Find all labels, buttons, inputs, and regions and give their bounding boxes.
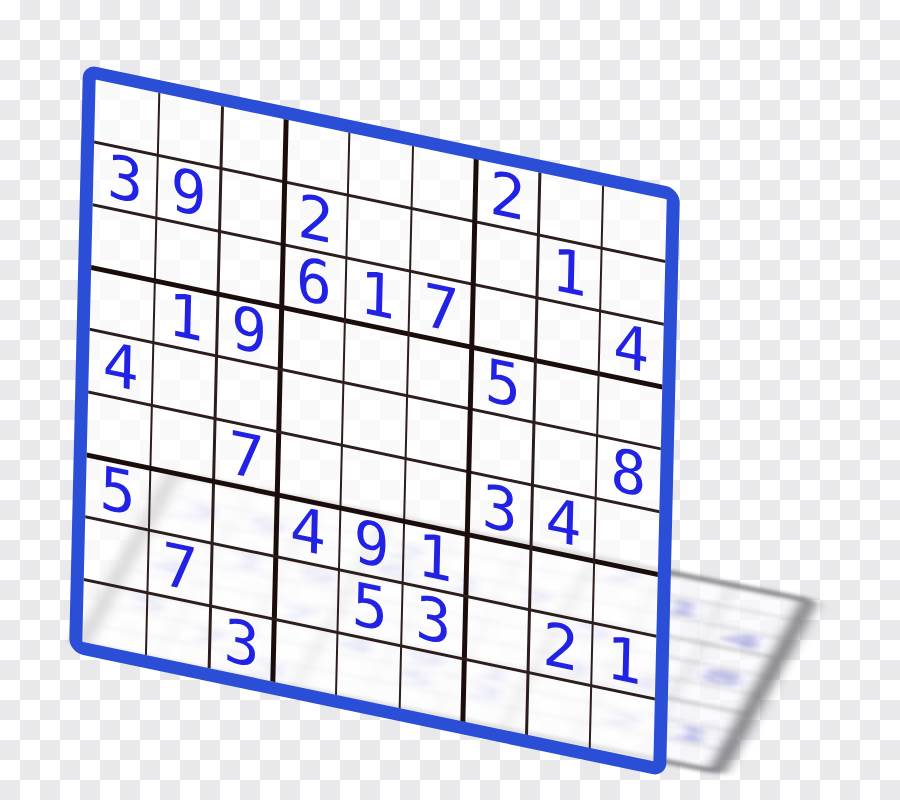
given-digit: 4 xyxy=(102,333,139,400)
given-digit: 3 xyxy=(106,145,143,212)
given-digit: 3 xyxy=(481,475,518,542)
given-digit: 1 xyxy=(359,261,396,328)
given-digit: 7 xyxy=(422,274,459,341)
given-digit: 5 xyxy=(484,350,521,417)
given-digit: 1 xyxy=(551,238,588,305)
given-digit: 5 xyxy=(351,573,388,640)
given-digit: 4 xyxy=(613,314,650,381)
given-digit: 5 xyxy=(99,458,136,525)
cell-r9c4[interactable] xyxy=(273,619,338,695)
given-digit: 7 xyxy=(161,533,198,600)
given-digit: 1 xyxy=(167,284,204,351)
cell-r9c9[interactable] xyxy=(590,686,655,762)
given-digit: 1 xyxy=(605,626,642,693)
cell-r9c3[interactable]: 3 xyxy=(209,606,274,682)
given-digit: 8 xyxy=(610,439,647,506)
given-digit: 2 xyxy=(542,613,579,680)
cell-r9c5[interactable] xyxy=(336,632,401,708)
given-digit: 1 xyxy=(416,524,453,591)
given-digit: 9 xyxy=(353,511,390,578)
given-digit: 9 xyxy=(230,297,267,364)
given-digit: 3 xyxy=(415,586,452,653)
sudoku-board: 239216174195487345491753213 xyxy=(69,64,680,777)
given-digit: 4 xyxy=(545,488,582,555)
cell-r9c8[interactable] xyxy=(526,672,591,748)
cell-r9c2[interactable] xyxy=(146,593,211,669)
sudoku-grid: 239216174195487345491753213 xyxy=(82,80,666,762)
given-digit: 2 xyxy=(489,163,526,230)
given-digit: 9 xyxy=(170,159,207,226)
given-digit: 7 xyxy=(227,422,264,489)
given-digit: 4 xyxy=(289,497,326,564)
cell-r9c1[interactable] xyxy=(82,579,147,655)
cell-r9c7[interactable] xyxy=(463,659,528,735)
transparent-checkerboard-background: 239216174195487345491753213 239216174195… xyxy=(0,0,900,800)
cell-r9c6[interactable] xyxy=(400,646,465,722)
given-digit: 3 xyxy=(223,609,260,676)
given-digit: 6 xyxy=(295,248,332,315)
given-digit: 2 xyxy=(297,185,334,252)
